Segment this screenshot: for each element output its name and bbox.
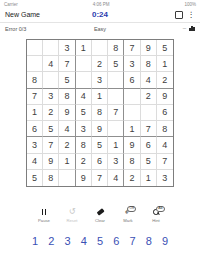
cell-r8c7[interactable]: 8 bbox=[124, 154, 140, 170]
dash-icon: – bbox=[183, 26, 186, 31]
cell-r7c8[interactable]: 6 bbox=[141, 137, 157, 153]
status-time: 4:06 PM bbox=[93, 2, 110, 7]
numpad-9[interactable]: 9 bbox=[159, 235, 171, 247]
cell-r3c5[interactable]: 3 bbox=[92, 72, 108, 88]
clear-label: Clear bbox=[95, 218, 105, 223]
cell-r4c7[interactable] bbox=[124, 89, 140, 105]
cell-r2c7[interactable]: 3 bbox=[124, 56, 140, 72]
cell-r2c5[interactable]: 2 bbox=[92, 56, 108, 72]
cell-r8c9[interactable]: 7 bbox=[157, 154, 173, 170]
cell-r4c2[interactable]: 3 bbox=[43, 89, 59, 105]
cell-r1c3[interactable]: 3 bbox=[59, 40, 75, 56]
pause-icon bbox=[41, 208, 48, 216]
hint-badge: Ad bbox=[156, 206, 164, 212]
eraser-icon bbox=[97, 208, 104, 216]
mark-button[interactable]: ✐Off Mark bbox=[121, 208, 136, 223]
cell-r8c4[interactable]: 2 bbox=[76, 154, 92, 170]
cell-r1c8[interactable]: 9 bbox=[141, 40, 157, 56]
cell-r4c3[interactable]: 8 bbox=[59, 89, 75, 105]
cell-r9c1[interactable]: 5 bbox=[27, 170, 43, 186]
cell-r2c1[interactable] bbox=[27, 56, 43, 72]
cell-r5c7[interactable] bbox=[124, 105, 140, 121]
cell-r4c4[interactable]: 4 bbox=[76, 89, 92, 105]
cell-r3c6[interactable] bbox=[108, 72, 124, 88]
difficulty-label: Easy bbox=[68, 26, 131, 32]
subheader-bar: Error 0/3 Easy – bbox=[0, 23, 200, 34]
reset-label: Reset bbox=[67, 218, 78, 223]
status-carrier: Carrier bbox=[4, 2, 18, 7]
cell-r3c7[interactable]: 6 bbox=[124, 72, 140, 88]
cell-r1c5[interactable] bbox=[92, 40, 108, 56]
cell-r1c1[interactable] bbox=[27, 40, 43, 56]
more-menu-icon[interactable]: ⋮ bbox=[187, 12, 195, 18]
cell-r6c6[interactable] bbox=[108, 121, 124, 137]
cell-r5c5[interactable]: 8 bbox=[92, 105, 108, 121]
cell-r8c2[interactable]: 9 bbox=[43, 154, 59, 170]
cell-r6c8[interactable]: 7 bbox=[141, 121, 157, 137]
numpad-4[interactable]: 4 bbox=[78, 235, 90, 247]
header-bar: New Game 0:24 ⋮ bbox=[0, 9, 200, 20]
clear-button[interactable]: Clear bbox=[93, 208, 108, 223]
cell-r9c5[interactable]: 7 bbox=[92, 170, 108, 186]
cell-r5c2[interactable]: 2 bbox=[43, 105, 59, 121]
numpad-8[interactable]: 8 bbox=[143, 235, 155, 247]
cell-r4c9[interactable]: 9 bbox=[157, 89, 173, 105]
numpad-2[interactable]: 2 bbox=[45, 235, 57, 247]
cell-r3c3[interactable]: 5 bbox=[59, 72, 75, 88]
cell-r3c8[interactable]: 4 bbox=[141, 72, 157, 88]
cell-r5c8[interactable] bbox=[141, 105, 157, 121]
cell-r8c8[interactable]: 5 bbox=[141, 154, 157, 170]
cell-r7c7[interactable]: 9 bbox=[124, 137, 140, 153]
cell-r5c6[interactable]: 7 bbox=[108, 105, 124, 121]
cell-r9c8[interactable]: 1 bbox=[141, 170, 157, 186]
cell-r9c4[interactable]: 9 bbox=[76, 170, 92, 186]
hint-label: Hint bbox=[152, 218, 159, 223]
cell-r6c1[interactable]: 6 bbox=[27, 121, 43, 137]
numpad-5[interactable]: 5 bbox=[94, 235, 106, 247]
mark-badge: Off bbox=[127, 206, 136, 212]
cell-r8c3[interactable]: 1 bbox=[59, 154, 75, 170]
sudoku-board: 3187954725381853642738412912958766543917… bbox=[26, 39, 174, 187]
cell-r9c3[interactable] bbox=[59, 170, 75, 186]
cell-r9c2[interactable]: 8 bbox=[43, 170, 59, 186]
status-battery: 100% bbox=[184, 2, 196, 7]
number-pad: 123456789 bbox=[29, 235, 171, 247]
cell-r6c2[interactable]: 5 bbox=[43, 121, 59, 137]
cell-r7c9[interactable]: 4 bbox=[157, 137, 173, 153]
cell-r2c4[interactable] bbox=[76, 56, 92, 72]
cell-r5c3[interactable]: 9 bbox=[59, 105, 75, 121]
cell-r3c9[interactable]: 2 bbox=[157, 72, 173, 88]
cell-r1c9[interactable]: 5 bbox=[157, 40, 173, 56]
cell-r6c3[interactable]: 4 bbox=[59, 121, 75, 137]
cell-r6c4[interactable]: 3 bbox=[76, 121, 92, 137]
pause-label: Pause bbox=[38, 218, 50, 223]
board-icon[interactable] bbox=[175, 11, 183, 19]
pencil-icon: ✐Off bbox=[125, 208, 131, 216]
cell-r6c7[interactable]: 1 bbox=[124, 121, 140, 137]
cell-r5c4[interactable]: 5 bbox=[76, 105, 92, 121]
cell-r8c5[interactable]: 6 bbox=[92, 154, 108, 170]
cell-r8c6[interactable]: 3 bbox=[108, 154, 124, 170]
cell-r4c6[interactable] bbox=[108, 89, 124, 105]
leaderboard-icon[interactable] bbox=[189, 26, 195, 31]
cell-r2c9[interactable]: 1 bbox=[157, 56, 173, 72]
error-counter: Error 0/3 bbox=[5, 26, 68, 32]
cell-r7c5[interactable]: 5 bbox=[92, 137, 108, 153]
cell-r2c8[interactable]: 8 bbox=[141, 56, 157, 72]
status-bar: Carrier 4:06 PM 100% bbox=[0, 0, 200, 8]
cell-r2c2[interactable]: 4 bbox=[43, 56, 59, 72]
sudoku-app: Carrier 4:06 PM 100% New Game 0:24 ⋮ Err… bbox=[0, 0, 200, 266]
cell-r1c4[interactable]: 1 bbox=[76, 40, 92, 56]
cell-r9c6[interactable]: 4 bbox=[108, 170, 124, 186]
cell-r3c2[interactable] bbox=[43, 72, 59, 88]
cell-r5c9[interactable]: 6 bbox=[157, 105, 173, 121]
cell-r5c1[interactable]: 1 bbox=[27, 105, 43, 121]
cell-r7c6[interactable]: 1 bbox=[108, 137, 124, 153]
cell-r4c5[interactable]: 1 bbox=[92, 89, 108, 105]
cell-r6c9[interactable]: 8 bbox=[157, 121, 173, 137]
cell-r7c4[interactable]: 8 bbox=[76, 137, 92, 153]
undo-icon: ↺ bbox=[69, 208, 76, 216]
timer: 0:24 bbox=[68, 10, 131, 19]
numpad-3[interactable]: 3 bbox=[62, 235, 74, 247]
cell-r2c6[interactable]: 5 bbox=[108, 56, 124, 72]
cell-r9c9[interactable]: 3 bbox=[157, 170, 173, 186]
cell-r1c6[interactable]: 8 bbox=[108, 40, 124, 56]
cell-r6c5[interactable]: 9 bbox=[92, 121, 108, 137]
numpad-7[interactable]: 7 bbox=[127, 235, 139, 247]
cell-r3c1[interactable]: 8 bbox=[27, 72, 43, 88]
numpad-1[interactable]: 1 bbox=[29, 235, 41, 247]
cell-r4c8[interactable]: 2 bbox=[141, 89, 157, 105]
sudoku-grid: 3187954725381853642738412912958766543917… bbox=[27, 40, 173, 186]
mark-label: Mark bbox=[123, 218, 132, 223]
magnifier-icon: Ad bbox=[153, 208, 160, 216]
controls: Pause ↺ Reset Clear ✐Off Mark Ad Hint bbox=[0, 208, 200, 223]
cell-r7c1[interactable]: 3 bbox=[27, 137, 43, 153]
numpad-6[interactable]: 6 bbox=[110, 235, 122, 247]
cell-r2c3[interactable]: 7 bbox=[59, 56, 75, 72]
reset-button[interactable]: ↺ Reset bbox=[65, 208, 80, 223]
cell-r8c1[interactable]: 4 bbox=[27, 154, 43, 170]
pause-button[interactable]: Pause bbox=[37, 208, 52, 223]
cell-r3c4[interactable] bbox=[76, 72, 92, 88]
cell-r7c2[interactable]: 7 bbox=[43, 137, 59, 153]
cell-r1c7[interactable]: 7 bbox=[124, 40, 140, 56]
cell-r1c2[interactable] bbox=[43, 40, 59, 56]
cell-r7c3[interactable]: 2 bbox=[59, 137, 75, 153]
cell-r4c1[interactable]: 7 bbox=[27, 89, 43, 105]
hint-button[interactable]: Ad Hint bbox=[149, 208, 164, 223]
new-game-button[interactable]: New Game bbox=[5, 11, 68, 18]
cell-r9c7[interactable]: 2 bbox=[124, 170, 140, 186]
